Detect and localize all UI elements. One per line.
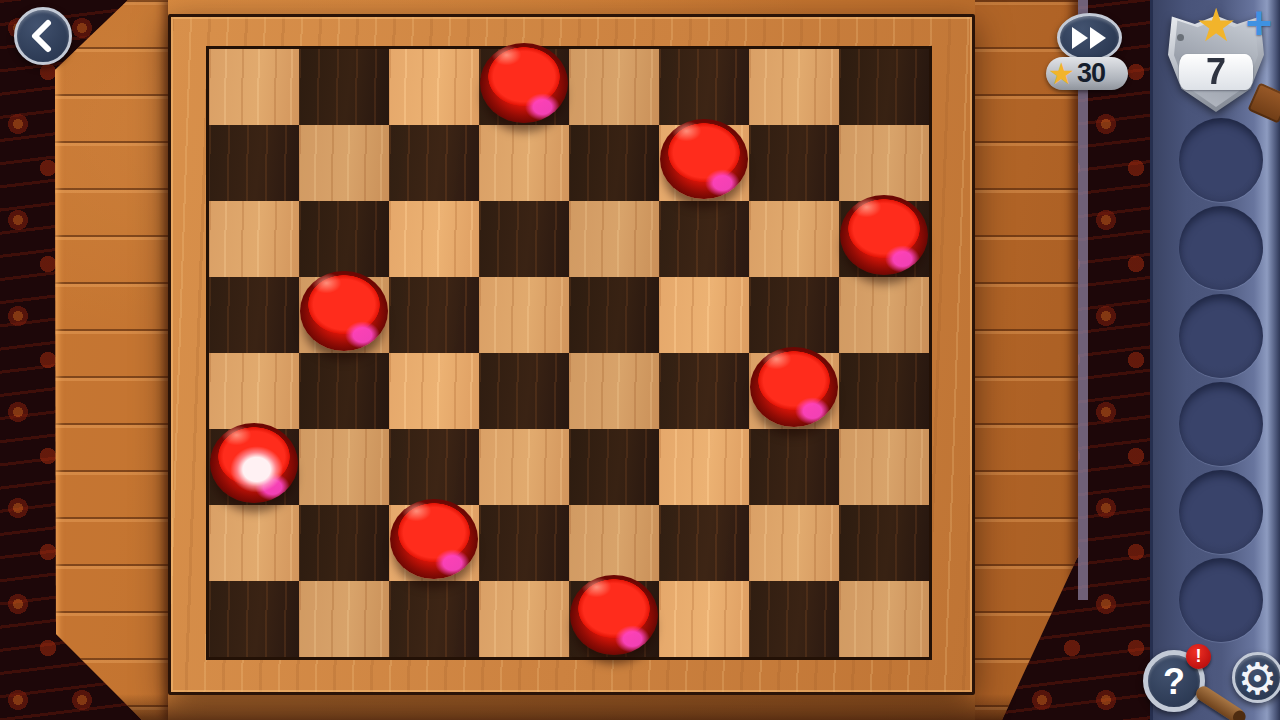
star-count: 30	[1077, 58, 1105, 89]
checker-piece-a3-selected[interactable]	[210, 423, 298, 503]
checker-piece-f7[interactable]	[660, 119, 748, 199]
square-e3[interactable]	[569, 429, 659, 505]
back-button[interactable]	[14, 7, 72, 65]
star-icon: ★	[1048, 59, 1075, 89]
square-e8[interactable]	[569, 49, 659, 125]
square-a2[interactable]	[209, 505, 299, 581]
square-g5[interactable]	[749, 277, 839, 353]
square-h3[interactable]	[839, 429, 929, 505]
checker-piece-c2[interactable]	[390, 499, 478, 579]
board-frame	[168, 14, 975, 695]
inventory-slot-6[interactable]	[1179, 558, 1263, 642]
square-c3[interactable]	[389, 429, 479, 505]
square-g6[interactable]	[749, 201, 839, 277]
square-h4[interactable]	[839, 353, 929, 429]
table-side-planks-right	[975, 0, 1078, 720]
square-b1[interactable]	[299, 581, 389, 657]
square-h7[interactable]	[839, 125, 929, 201]
inventory-slot-2[interactable]	[1179, 206, 1263, 290]
square-h5[interactable]	[839, 277, 929, 353]
square-d3[interactable]	[479, 429, 569, 505]
checker-piece-h6[interactable]	[840, 195, 928, 275]
square-d6[interactable]	[479, 201, 569, 277]
square-a1[interactable]	[209, 581, 299, 657]
square-f2[interactable]	[659, 505, 749, 581]
square-c8[interactable]	[389, 49, 479, 125]
square-c1[interactable]	[389, 581, 479, 657]
square-c7[interactable]	[389, 125, 479, 201]
inventory-slot-1[interactable]	[1179, 118, 1263, 202]
alert-badge: !	[1186, 644, 1211, 669]
square-g2[interactable]	[749, 505, 839, 581]
square-d1[interactable]	[479, 581, 569, 657]
fast-forward-icon	[1070, 26, 1110, 50]
table-shadow	[0, 694, 1280, 720]
checker-piece-d8[interactable]	[480, 43, 568, 123]
checker-piece-g4[interactable]	[750, 347, 838, 427]
square-b2[interactable]	[299, 505, 389, 581]
square-e5[interactable]	[569, 277, 659, 353]
inventory-slot-3[interactable]	[1179, 294, 1263, 378]
square-d4[interactable]	[479, 353, 569, 429]
chevron-left-icon	[17, 10, 69, 62]
square-a5[interactable]	[209, 277, 299, 353]
checker-piece-b5[interactable]	[300, 271, 388, 351]
square-b6[interactable]	[299, 201, 389, 277]
square-f5[interactable]	[659, 277, 749, 353]
fast-forward-button[interactable]	[1057, 13, 1122, 62]
square-b4[interactable]	[299, 353, 389, 429]
square-h1[interactable]	[839, 581, 929, 657]
square-c5[interactable]	[389, 277, 479, 353]
square-b7[interactable]	[299, 125, 389, 201]
gear-icon: ⚙	[1235, 653, 1280, 704]
checkers-board	[206, 46, 932, 660]
square-g3[interactable]	[749, 429, 839, 505]
square-a7[interactable]	[209, 125, 299, 201]
square-e6[interactable]	[569, 201, 659, 277]
square-a8[interactable]	[209, 49, 299, 125]
settings-button[interactable]: ⚙	[1232, 652, 1280, 703]
shield-level: 7	[1206, 51, 1226, 93]
star-counter: ★ 30	[1046, 57, 1128, 90]
shield-star-icon: ★	[1195, 2, 1236, 48]
square-g1[interactable]	[749, 581, 839, 657]
square-h2[interactable]	[839, 505, 929, 581]
square-g7[interactable]	[749, 125, 839, 201]
game-scene: ★ 30 7 ★ + ? ! ⚙	[0, 0, 1280, 720]
square-f1[interactable]	[659, 581, 749, 657]
square-g8[interactable]	[749, 49, 839, 125]
square-h8[interactable]	[839, 49, 929, 125]
inventory-slot-4[interactable]	[1179, 382, 1263, 466]
square-e2[interactable]	[569, 505, 659, 581]
square-d5[interactable]	[479, 277, 569, 353]
inventory-slot-5[interactable]	[1179, 470, 1263, 554]
square-a6[interactable]	[209, 201, 299, 277]
square-a4[interactable]	[209, 353, 299, 429]
shield-rivet	[1177, 34, 1184, 41]
square-c4[interactable]	[389, 353, 479, 429]
shield-banner: 7	[1179, 54, 1253, 90]
square-e7[interactable]	[569, 125, 659, 201]
add-button[interactable]: +	[1242, 8, 1276, 42]
square-f8[interactable]	[659, 49, 749, 125]
table-edge-highlight	[1078, 0, 1088, 600]
square-b8[interactable]	[299, 49, 389, 125]
square-f6[interactable]	[659, 201, 749, 277]
square-c6[interactable]	[389, 201, 479, 277]
table-side-planks-left	[55, 0, 168, 720]
checker-piece-e1[interactable]	[570, 575, 658, 655]
square-f4[interactable]	[659, 353, 749, 429]
square-b3[interactable]	[299, 429, 389, 505]
square-d2[interactable]	[479, 505, 569, 581]
square-d7[interactable]	[479, 125, 569, 201]
square-e4[interactable]	[569, 353, 659, 429]
square-f3[interactable]	[659, 429, 749, 505]
